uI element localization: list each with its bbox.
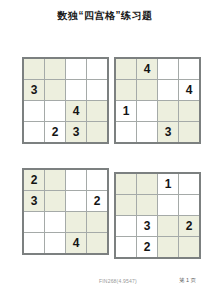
- puzzle4-cell-r4c1: [116, 237, 136, 257]
- puzzle4-cell-r2c2: [137, 195, 157, 215]
- puzzle3-cell-r1c3: [66, 170, 86, 190]
- puzzle3-cell-r4c2: [45, 233, 65, 253]
- puzzle3-cell-r1c2: [45, 170, 65, 190]
- puzzle1-cell-r2c1: 3: [24, 80, 44, 100]
- puzzle3-cell-r4c3: 4: [66, 233, 86, 253]
- puzzle3-cell-r2c2: [45, 191, 65, 211]
- puzzle2-cell-r2c3: [158, 80, 178, 100]
- puzzle1-cell-r3c1: [24, 101, 44, 121]
- puzzle2-cell-r3c4: [179, 101, 199, 121]
- puzzle3-cell-r3c1: [24, 212, 44, 232]
- puzzle1-cell-r1c3: [66, 59, 86, 79]
- puzzle3-cell-r3c4: [87, 212, 107, 232]
- puzzle4-cell-r1c2: [137, 174, 157, 194]
- puzzle2-cell-r2c1: [116, 80, 136, 100]
- worksheet-page: 数独“四宫格”练习题 3423 4413 2324 1322 FIN268(4.…: [0, 0, 210, 297]
- puzzle1-cell-r4c2: 2: [45, 122, 65, 142]
- sudoku-puzzle-1: 3423: [22, 57, 109, 144]
- puzzle4-cell-r2c1: [116, 195, 136, 215]
- puzzle2-cell-r2c4: 4: [179, 80, 199, 100]
- puzzle3-cell-r2c4: 2: [87, 191, 107, 211]
- puzzle1-cell-r1c1: [24, 59, 44, 79]
- puzzle2-cell-r3c1: 1: [116, 101, 136, 121]
- puzzle3-cell-r3c2: [45, 212, 65, 232]
- puzzle3-cell-r4c1: [24, 233, 44, 253]
- puzzle2-cell-r4c4: [179, 122, 199, 142]
- puzzle4-cell-r2c3: [158, 195, 178, 215]
- puzzle3-cell-r2c1: 3: [24, 191, 44, 211]
- puzzle2-cell-r2c2: [137, 80, 157, 100]
- puzzle4-cell-r4c2: 2: [137, 237, 157, 257]
- puzzle4-cell-r4c4: [179, 237, 199, 257]
- puzzle4-cell-r1c1: [116, 174, 136, 194]
- puzzle4-cell-r3c2: 3: [137, 216, 157, 236]
- puzzle2-cell-r1c4: [179, 59, 199, 79]
- puzzle4-cell-r1c4: [179, 174, 199, 194]
- puzzle2-cell-r1c3: [158, 59, 178, 79]
- puzzle3-cell-r2c3: [66, 191, 86, 211]
- puzzle1-cell-r2c2: [45, 80, 65, 100]
- puzzle2-cell-r4c1: [116, 122, 136, 142]
- puzzle1-cell-r3c2: [45, 101, 65, 121]
- puzzle1-cell-r2c4: [87, 80, 107, 100]
- puzzle2-cell-r1c1: [116, 59, 136, 79]
- sudoku-puzzle-3: 2324: [22, 168, 109, 255]
- puzzle1-cell-r4c1: [24, 122, 44, 142]
- puzzle3-cell-r4c4: [87, 233, 107, 253]
- footer-page-number: 第 1 页: [179, 277, 196, 284]
- puzzle4-cell-r1c3: 1: [158, 174, 178, 194]
- puzzle1-cell-r1c2: [45, 59, 65, 79]
- puzzle3-cell-r1c1: 2: [24, 170, 44, 190]
- puzzle1-cell-r3c4: [87, 101, 107, 121]
- puzzle1-cell-r1c4: [87, 59, 107, 79]
- puzzle4-cell-r3c1: [116, 216, 136, 236]
- puzzle2-cell-r1c2: 4: [137, 59, 157, 79]
- puzzle4-cell-r2c4: [179, 195, 199, 215]
- page-title: 数独“四宫格”练习题: [0, 9, 210, 23]
- puzzle4-cell-r3c4: 2: [179, 216, 199, 236]
- puzzle2-cell-r4c3: 3: [158, 122, 178, 142]
- puzzle2-cell-r3c3: [158, 101, 178, 121]
- sudoku-puzzle-2: 4413: [114, 57, 201, 144]
- puzzle3-cell-r1c4: [87, 170, 107, 190]
- puzzle1-cell-r3c3: 4: [66, 101, 86, 121]
- puzzle4-cell-r3c3: [158, 216, 178, 236]
- puzzle1-cell-r4c3: 3: [66, 122, 86, 142]
- puzzle2-cell-r3c2: [137, 101, 157, 121]
- puzzle1-cell-r4c4: [87, 122, 107, 142]
- puzzle4-cell-r4c3: [158, 237, 178, 257]
- puzzle2-cell-r4c2: [137, 122, 157, 142]
- sudoku-puzzle-4: 1322: [114, 172, 201, 259]
- puzzle3-cell-r3c3: [66, 212, 86, 232]
- footer-doc-id: FIN268(4.9547): [99, 278, 137, 284]
- puzzle1-cell-r2c3: [66, 80, 86, 100]
